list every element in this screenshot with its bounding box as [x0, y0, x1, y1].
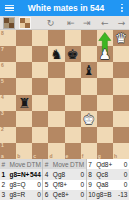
square-g6[interactable] — [97, 62, 113, 78]
square-g8[interactable] — [97, 30, 113, 46]
go-to-end-icon[interactable]: ⇥ — [79, 17, 94, 29]
white-queen[interactable]: ♛ — [113, 30, 129, 46]
black-knight[interactable]: ♞ — [48, 46, 64, 62]
square-h3[interactable] — [113, 111, 129, 127]
move-row-g8=Q[interactable]: 2g8=Q0 — [0, 180, 42, 190]
square-d3[interactable] — [48, 111, 64, 127]
app-bar: White mates in 544 — [0, 0, 129, 16]
square-h6[interactable] — [113, 62, 129, 78]
square-h5[interactable] — [113, 78, 129, 94]
rank-label: 3 — [1, 111, 4, 116]
square-b7[interactable] — [16, 46, 32, 62]
mini-board-icon — [19, 17, 31, 29]
square-b6[interactable] — [16, 62, 32, 78]
move-san: g8=N+ — [10, 171, 30, 178]
rank-label: 6 — [1, 63, 4, 68]
move-dtm: 0 — [116, 181, 127, 188]
move-san: Qe8+ — [53, 191, 73, 198]
menu-hamburger-icon[interactable] — [5, 5, 14, 12]
board-thumbnail-icon-2[interactable] — [18, 17, 32, 29]
move-number: 2 — [2, 181, 10, 188]
move-row-Qe8+[interactable]: 6Qe8+0 — [43, 190, 85, 200]
square-d6[interactable] — [48, 62, 64, 78]
square-g4[interactable] — [97, 95, 113, 111]
square-d8[interactable] — [48, 30, 64, 46]
file-label: c — [33, 154, 36, 159]
move-san: g8=B — [96, 191, 116, 198]
rank-label: 8 — [1, 31, 4, 36]
move-dtm: -13 — [116, 191, 127, 198]
square-e5[interactable] — [65, 78, 81, 94]
square-e1[interactable]: e — [65, 143, 81, 159]
square-h4[interactable] — [113, 95, 129, 111]
square-a1[interactable]: 1a — [0, 143, 16, 159]
move-table: #MoveDTM1g8=N+5442g8=Q03g8=R0#MoveDTM4Qg… — [0, 159, 129, 200]
square-d1[interactable]: d — [48, 143, 64, 159]
square-g2[interactable] — [97, 127, 113, 143]
rank-label: 4 — [1, 95, 4, 100]
square-g1[interactable]: g — [97, 143, 113, 159]
black-bishop[interactable]: ♝ — [81, 62, 97, 78]
go-to-start-icon[interactable]: ⇤ — [64, 17, 79, 29]
header-num: # — [2, 161, 10, 168]
forward-arrow-icon[interactable]: → — [114, 17, 129, 29]
square-f1[interactable]: f — [81, 143, 97, 159]
square-a3[interactable]: 3 — [0, 111, 16, 127]
move-row-Qa8[interactable]: 9Qa80 — [87, 180, 129, 190]
square-b8[interactable] — [16, 30, 32, 46]
move-number: 10 — [88, 191, 96, 198]
board-thumbnail-icon-1[interactable] — [2, 17, 16, 29]
back-arrow-icon[interactable]: ← — [97, 17, 112, 29]
move-row-Qg8[interactable]: 4Qg80 — [43, 169, 85, 179]
move-table-column-2: #MoveDTM4Qg805Qf8+06Qe8+0 — [43, 159, 85, 200]
refresh-icon[interactable]: ↻ — [43, 17, 59, 29]
move-dtm: 0 — [30, 191, 41, 198]
move-dtm: 0 — [116, 161, 127, 168]
move-san: g8=Q — [10, 181, 30, 188]
file-label: h — [114, 154, 117, 159]
square-g3[interactable] — [97, 111, 113, 127]
square-h1[interactable]: h — [113, 143, 129, 159]
header-move: Move — [53, 161, 70, 168]
header-dtm: DTM — [70, 161, 84, 168]
move-number: 7 — [88, 161, 96, 168]
move-row-g8=R[interactable]: 3g8=R0 — [0, 190, 42, 200]
move-dtm: 0 — [73, 191, 84, 198]
move-row-g8=B[interactable]: 10g8=B-13 — [87, 190, 129, 200]
rank-label: 5 — [1, 79, 4, 84]
toolbar: ↻ ⇤ ⇥ ← → — [0, 16, 129, 30]
square-e6[interactable] — [65, 62, 81, 78]
square-b2[interactable] — [16, 127, 32, 143]
black-king[interactable]: ♚ — [65, 46, 81, 62]
square-a6[interactable]: 6 — [0, 62, 16, 78]
square-b1[interactable]: b — [16, 143, 32, 159]
square-c4[interactable] — [32, 95, 48, 111]
square-a8[interactable]: 8 — [0, 30, 16, 46]
square-c7[interactable] — [32, 46, 48, 62]
move-dtm: 0 — [116, 171, 127, 178]
move-number: 5 — [45, 181, 53, 188]
move-number: 6 — [45, 191, 53, 198]
move-dtm: 544 — [30, 171, 41, 178]
square-f4[interactable] — [81, 95, 97, 111]
header-num: # — [45, 161, 53, 168]
mini-board-icon — [3, 17, 15, 29]
file-label: b — [17, 154, 20, 159]
rank-label: 1 — [1, 143, 4, 148]
square-d2[interactable] — [48, 127, 64, 143]
square-c8[interactable] — [32, 30, 48, 46]
file-label: f — [82, 154, 84, 159]
app-screen: White mates in 544 ↻ ⇤ ⇥ ← → 87654321abc… — [0, 0, 129, 200]
square-c2[interactable] — [32, 127, 48, 143]
move-number: 8 — [88, 171, 96, 178]
square-e8[interactable] — [65, 30, 81, 46]
move-number: 4 — [45, 171, 53, 178]
square-a2[interactable]: 2 — [0, 127, 16, 143]
square-f7[interactable] — [81, 46, 97, 62]
square-a7[interactable]: 7 — [0, 46, 16, 62]
square-b5[interactable] — [16, 78, 32, 94]
move-number: 3 — [2, 191, 10, 198]
overflow-menu-icon[interactable] — [118, 4, 126, 13]
square-d4[interactable] — [48, 95, 64, 111]
square-h2[interactable] — [113, 127, 129, 143]
move-row-Qf8+[interactable]: 5Qf8+0 — [43, 180, 85, 190]
file-label: d — [49, 154, 52, 159]
move-number: 9 — [88, 181, 96, 188]
move-row-g8=N+[interactable]: 1g8=N+544 — [0, 169, 42, 179]
move-dtm: 0 — [73, 171, 84, 178]
square-f5[interactable] — [81, 78, 97, 94]
square-f2[interactable] — [81, 127, 97, 143]
square-h7[interactable] — [113, 46, 129, 62]
square-c6[interactable] — [32, 62, 48, 78]
square-d5[interactable] — [48, 78, 64, 94]
square-g5[interactable] — [97, 78, 113, 94]
move-san: Qf8+ — [53, 181, 73, 188]
move-dtm: 0 — [73, 181, 84, 188]
square-a4[interactable]: 4 — [0, 95, 16, 111]
square-f8[interactable] — [81, 30, 97, 46]
move-san: Qc8 — [96, 171, 116, 178]
header-dtm: DTM — [27, 161, 41, 168]
file-label: g — [98, 154, 101, 159]
move-san: Qa8 — [96, 181, 116, 188]
move-table-header: #MoveDTM — [0, 159, 42, 169]
move-dtm: 0 — [30, 181, 41, 188]
rank-label: 2 — [1, 127, 4, 132]
move-san: Qg8 — [53, 171, 73, 178]
square-c3[interactable] — [32, 111, 48, 127]
square-c5[interactable] — [32, 78, 48, 94]
move-table-header: #MoveDTM — [43, 159, 85, 169]
header-move: Move — [10, 161, 27, 168]
move-san: Qd8+ — [96, 161, 116, 168]
move-table-column-3: 7Qd8+08Qc809Qa8010g8=B-13 — [87, 159, 129, 200]
file-label: a — [1, 154, 4, 159]
page-title: White mates in 544 — [14, 3, 118, 13]
square-e2[interactable] — [65, 127, 81, 143]
move-row-Qd8+[interactable]: 7Qd8+0 — [87, 159, 129, 169]
rank-label: 7 — [1, 47, 4, 52]
white-king[interactable]: ♚ — [81, 111, 97, 127]
move-row-Qc8[interactable]: 8Qc80 — [87, 169, 129, 179]
square-a5[interactable]: 5 — [0, 78, 16, 94]
black-rook[interactable]: ♜ — [16, 95, 32, 111]
square-e3[interactable] — [65, 111, 81, 127]
move-number: 1 — [2, 171, 10, 178]
move-table-column-1: #MoveDTM1g8=N+5442g8=Q03g8=R0 — [0, 159, 42, 200]
file-label: e — [66, 154, 69, 159]
square-b3[interactable] — [16, 111, 32, 127]
move-san: g8=R — [10, 191, 30, 198]
white-pawn[interactable]: ♟ — [97, 46, 113, 62]
square-c1[interactable]: c — [32, 143, 48, 159]
square-e4[interactable] — [65, 95, 81, 111]
